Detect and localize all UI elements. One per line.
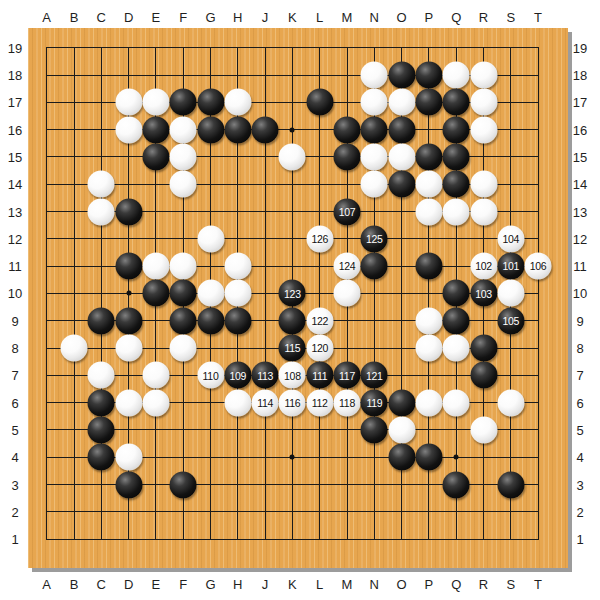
coord-label-bottom-B: B	[70, 577, 79, 592]
stone-black-D9	[115, 307, 142, 334]
stone-black-E16	[142, 116, 169, 143]
move-number-114: 114	[257, 397, 273, 408]
move-number-109: 109	[229, 370, 246, 381]
coord-label-left-10: 10	[8, 286, 22, 301]
stone-white-R5	[470, 416, 497, 443]
stone-black-O4	[388, 444, 415, 471]
coord-label-left-7: 7	[11, 368, 18, 383]
coord-label-left-15: 15	[8, 149, 22, 164]
coord-label-top-O: O	[397, 10, 407, 25]
stone-black-K10: 123	[279, 280, 306, 307]
stone-black-M15	[334, 143, 361, 170]
stone-white-Q13	[443, 198, 470, 225]
coord-label-left-6: 6	[11, 395, 18, 410]
stone-white-Q6	[443, 389, 470, 416]
stone-white-F11	[170, 253, 197, 280]
stone-black-Q3	[443, 471, 470, 498]
stone-black-M13: 107	[334, 198, 361, 225]
stone-white-D17	[115, 89, 142, 116]
stone-white-H11	[224, 253, 251, 280]
coord-label-right-10: 10	[573, 286, 587, 301]
stone-black-K9	[279, 307, 306, 334]
move-number-108: 108	[284, 370, 301, 381]
hoshi-point-K16	[290, 127, 295, 132]
stone-white-B8	[61, 335, 88, 362]
stone-white-E6	[142, 389, 169, 416]
coord-label-left-17: 17	[8, 95, 22, 110]
coord-label-top-T: T	[534, 10, 542, 25]
stone-white-N15	[361, 143, 388, 170]
hoshi-point-K4	[290, 455, 295, 460]
stone-white-K15	[279, 143, 306, 170]
stone-white-M11: 124	[334, 253, 361, 280]
coord-label-bottom-P: P	[425, 577, 434, 592]
stone-black-L17	[306, 89, 333, 116]
stone-white-R16	[470, 116, 497, 143]
stone-black-G17	[197, 89, 224, 116]
coord-label-top-S: S	[506, 10, 515, 25]
coord-label-bottom-J: J	[262, 577, 269, 592]
coord-label-right-19: 19	[573, 40, 587, 55]
move-number-101: 101	[502, 261, 519, 272]
coord-label-top-H: H	[233, 10, 242, 25]
stone-black-F10	[170, 280, 197, 307]
stone-black-S11: 101	[497, 253, 524, 280]
coord-label-right-8: 8	[576, 341, 583, 356]
coord-label-right-2: 2	[576, 504, 583, 519]
stone-black-S9: 105	[497, 307, 524, 334]
stone-white-P8	[415, 335, 442, 362]
coord-label-right-17: 17	[573, 95, 587, 110]
grid-line-horizontal	[46, 429, 538, 430]
stone-white-P9	[415, 307, 442, 334]
hoshi-point-Q4	[454, 455, 459, 460]
stone-white-F16	[170, 116, 197, 143]
coord-label-bottom-K: K	[288, 577, 297, 592]
coord-label-right-1: 1	[576, 532, 583, 547]
stone-white-O15	[388, 143, 415, 170]
stone-black-N5	[361, 416, 388, 443]
move-number-102: 102	[475, 261, 492, 272]
move-number-115: 115	[284, 343, 300, 354]
move-number-103: 103	[475, 288, 492, 299]
coord-label-left-1: 1	[11, 532, 18, 547]
stone-black-F9	[170, 307, 197, 334]
stone-black-Q17	[443, 89, 470, 116]
coord-label-left-18: 18	[8, 68, 22, 83]
stone-black-Q15	[443, 143, 470, 170]
move-number-118: 118	[339, 397, 355, 408]
stone-black-P17	[415, 89, 442, 116]
grid-line-vertical	[319, 47, 320, 539]
coord-label-left-13: 13	[8, 204, 22, 219]
stone-black-E15	[142, 143, 169, 170]
stone-white-J6: 114	[252, 389, 279, 416]
coord-label-top-M: M	[342, 10, 353, 25]
stone-black-C9	[88, 307, 115, 334]
coord-label-bottom-R: R	[479, 577, 488, 592]
stone-white-R13	[470, 198, 497, 225]
stone-white-P6	[415, 389, 442, 416]
stone-black-P11	[415, 253, 442, 280]
move-number-117: 117	[339, 370, 355, 381]
stone-white-H6	[224, 389, 251, 416]
stone-black-F3	[170, 471, 197, 498]
coord-label-right-4: 4	[576, 450, 583, 465]
stone-black-P18	[415, 62, 442, 89]
stone-white-H10	[224, 280, 251, 307]
stone-white-G7: 110	[197, 362, 224, 389]
stone-black-O6	[388, 389, 415, 416]
stone-white-C14	[88, 171, 115, 198]
stone-black-S3	[497, 471, 524, 498]
stone-white-P13	[415, 198, 442, 225]
coord-label-bottom-G: G	[205, 577, 215, 592]
stone-black-M16	[334, 116, 361, 143]
stone-white-H17	[224, 89, 251, 116]
stone-black-P15	[415, 143, 442, 170]
coord-label-right-15: 15	[573, 149, 587, 164]
stone-black-N16	[361, 116, 388, 143]
stone-white-D4	[115, 444, 142, 471]
stone-white-F14	[170, 171, 197, 198]
coord-label-left-16: 16	[8, 122, 22, 137]
coord-label-top-C: C	[97, 10, 106, 25]
stone-black-O14	[388, 171, 415, 198]
coord-label-bottom-L: L	[316, 577, 323, 592]
coord-label-top-Q: Q	[451, 10, 461, 25]
stone-white-Q18	[443, 62, 470, 89]
move-number-124: 124	[339, 261, 356, 272]
stone-white-D16	[115, 116, 142, 143]
coord-label-bottom-S: S	[506, 577, 515, 592]
stone-white-C13	[88, 198, 115, 225]
stone-black-O18	[388, 62, 415, 89]
coord-label-left-19: 19	[8, 40, 22, 55]
stone-white-F15	[170, 143, 197, 170]
coord-label-left-8: 8	[11, 341, 18, 356]
coord-label-right-16: 16	[573, 122, 587, 137]
stone-black-D13	[115, 198, 142, 225]
stone-white-C7	[88, 362, 115, 389]
stone-white-L6: 112	[306, 389, 333, 416]
coord-label-bottom-N: N	[370, 577, 379, 592]
move-number-113: 113	[257, 370, 273, 381]
coord-label-bottom-O: O	[397, 577, 407, 592]
stone-white-D8	[115, 335, 142, 362]
move-number-104: 104	[502, 234, 519, 245]
coord-label-top-F: F	[179, 10, 187, 25]
coord-label-left-9: 9	[11, 313, 18, 328]
coord-label-left-12: 12	[8, 231, 22, 246]
stone-black-Q9	[443, 307, 470, 334]
stone-white-O17	[388, 89, 415, 116]
stone-black-H7: 109	[224, 362, 251, 389]
coord-label-bottom-C: C	[97, 577, 106, 592]
stone-white-M6: 118	[334, 389, 361, 416]
stone-black-Q16	[443, 116, 470, 143]
stone-black-E10	[142, 280, 169, 307]
stone-white-M10	[334, 280, 361, 307]
coord-label-top-N: N	[370, 10, 379, 25]
coord-label-bottom-M: M	[342, 577, 353, 592]
move-number-116: 116	[284, 397, 300, 408]
stone-black-H16	[224, 116, 251, 143]
grid-line-vertical	[538, 47, 539, 539]
stone-white-G12	[197, 225, 224, 252]
stone-black-C5	[88, 416, 115, 443]
stone-white-Q8	[443, 335, 470, 362]
move-number-105: 105	[502, 315, 519, 326]
coord-label-right-18: 18	[573, 68, 587, 83]
stone-white-K6: 116	[279, 389, 306, 416]
stone-black-K8: 115	[279, 335, 306, 362]
coord-label-right-13: 13	[573, 204, 587, 219]
stone-black-N12: 125	[361, 225, 388, 252]
coord-label-top-G: G	[205, 10, 215, 25]
stone-white-K7: 108	[279, 362, 306, 389]
coord-label-top-P: P	[425, 10, 434, 25]
move-number-122: 122	[311, 315, 328, 326]
move-number-125: 125	[366, 234, 383, 245]
coord-label-left-4: 4	[11, 450, 18, 465]
stone-black-R8	[470, 335, 497, 362]
coord-label-right-11: 11	[573, 259, 587, 274]
move-number-112: 112	[312, 397, 328, 408]
move-number-110: 110	[203, 370, 219, 381]
coord-label-bottom-D: D	[124, 577, 133, 592]
stone-black-H9	[224, 307, 251, 334]
coord-label-bottom-E: E	[152, 577, 161, 592]
stone-white-P14	[415, 171, 442, 198]
coord-label-bottom-A: A	[42, 577, 51, 592]
coord-label-bottom-Q: Q	[451, 577, 461, 592]
stone-white-F8	[170, 335, 197, 362]
coord-label-left-3: 3	[11, 477, 18, 492]
stone-white-E11	[142, 253, 169, 280]
stone-white-D6	[115, 389, 142, 416]
stone-white-R18	[470, 62, 497, 89]
coord-label-top-A: A	[42, 10, 51, 25]
coord-label-left-14: 14	[8, 177, 22, 192]
stone-black-R10: 103	[470, 280, 497, 307]
coord-label-bottom-H: H	[233, 577, 242, 592]
stone-black-D3	[115, 471, 142, 498]
move-number-106: 106	[530, 261, 547, 272]
coord-label-top-B: B	[70, 10, 79, 25]
coord-label-top-K: K	[288, 10, 297, 25]
stone-black-Q14	[443, 171, 470, 198]
stone-white-S10	[497, 280, 524, 307]
go-board[interactable]: 1071261251041241021011061231031221051151…	[28, 28, 568, 568]
page: 1071261251041241021011061231031221051151…	[0, 0, 600, 600]
stone-white-E7	[142, 362, 169, 389]
stone-white-L8: 120	[306, 335, 333, 362]
stone-black-Q10	[443, 280, 470, 307]
coord-label-bottom-F: F	[179, 577, 187, 592]
stone-white-N17	[361, 89, 388, 116]
move-number-126: 126	[311, 234, 328, 245]
grid-line-horizontal	[46, 539, 538, 540]
stone-black-R7	[470, 362, 497, 389]
coord-label-right-9: 9	[576, 313, 583, 328]
stone-black-O16	[388, 116, 415, 143]
stone-black-N11	[361, 253, 388, 280]
coord-label-right-7: 7	[576, 368, 583, 383]
stone-black-N6: 119	[361, 389, 388, 416]
coord-label-left-2: 2	[11, 504, 18, 519]
stone-black-N7: 121	[361, 362, 388, 389]
stone-white-R17	[470, 89, 497, 116]
stone-black-J16	[252, 116, 279, 143]
coord-label-top-D: D	[124, 10, 133, 25]
move-number-121: 121	[366, 370, 383, 381]
coord-label-bottom-T: T	[534, 577, 542, 592]
stone-white-L12: 126	[306, 225, 333, 252]
coord-label-right-14: 14	[573, 177, 587, 192]
stone-white-N18	[361, 62, 388, 89]
stone-black-G9	[197, 307, 224, 334]
stone-white-O5	[388, 416, 415, 443]
move-number-123: 123	[284, 288, 301, 299]
stone-black-J7: 113	[252, 362, 279, 389]
move-number-111: 111	[312, 370, 327, 381]
move-number-119: 119	[366, 397, 382, 408]
stone-black-M7: 117	[334, 362, 361, 389]
stone-black-C4	[88, 444, 115, 471]
stone-black-G16	[197, 116, 224, 143]
coord-label-top-L: L	[316, 10, 323, 25]
stone-black-P4	[415, 444, 442, 471]
stone-white-S12: 104	[497, 225, 524, 252]
coord-label-left-5: 5	[11, 422, 18, 437]
coord-label-right-5: 5	[576, 422, 583, 437]
coord-label-top-J: J	[262, 10, 269, 25]
move-number-107: 107	[339, 206, 356, 217]
hoshi-point-D10	[126, 291, 131, 296]
stone-white-L9: 122	[306, 307, 333, 334]
stone-black-F17	[170, 89, 197, 116]
coord-label-right-3: 3	[576, 477, 583, 492]
stone-white-S6	[497, 389, 524, 416]
stone-black-L7: 111	[306, 362, 333, 389]
stone-white-E17	[142, 89, 169, 116]
grid-line-horizontal	[46, 511, 538, 512]
stone-black-D11	[115, 253, 142, 280]
stone-white-G10	[197, 280, 224, 307]
stone-white-T11: 106	[525, 253, 552, 280]
coord-label-left-11: 11	[8, 259, 22, 274]
stone-black-C6	[88, 389, 115, 416]
move-number-120: 120	[311, 343, 328, 354]
coord-label-top-R: R	[479, 10, 488, 25]
stone-white-N14	[361, 171, 388, 198]
stone-white-R14	[470, 171, 497, 198]
coord-label-right-6: 6	[576, 395, 583, 410]
coord-label-top-E: E	[152, 10, 161, 25]
coord-label-right-12: 12	[573, 231, 587, 246]
stone-white-R11: 102	[470, 253, 497, 280]
